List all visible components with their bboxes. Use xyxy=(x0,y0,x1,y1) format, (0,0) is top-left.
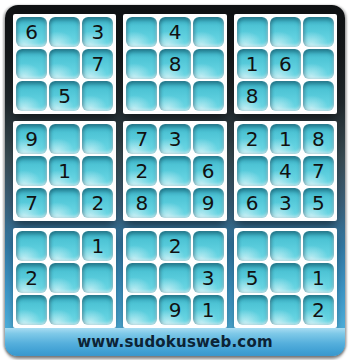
cell-r5c5[interactable] xyxy=(159,156,190,186)
cell-r9c4[interactable] xyxy=(126,295,157,325)
cell-r6c5[interactable] xyxy=(159,188,190,218)
cell-r6c7[interactable]: 6 xyxy=(237,188,268,218)
cell-r6c1[interactable]: 7 xyxy=(16,188,47,218)
cell-r1c7[interactable] xyxy=(237,17,268,47)
cell-r1c2[interactable] xyxy=(49,17,80,47)
cell-r5c2[interactable]: 1 xyxy=(49,156,80,186)
cell-r4c9[interactable]: 8 xyxy=(303,124,334,154)
cell-r8c7[interactable]: 5 xyxy=(237,263,268,293)
cell-r7c2[interactable] xyxy=(49,231,80,261)
cell-r8c1[interactable]: 2 xyxy=(16,263,47,293)
cell-r9c7[interactable] xyxy=(237,295,268,325)
cell-r6c9[interactable]: 5 xyxy=(303,188,334,218)
box-3-1: 12 xyxy=(13,228,116,328)
board-grid: 637548168917273268921847635122391512 xyxy=(13,14,337,328)
cell-r6c3[interactable]: 2 xyxy=(82,188,113,218)
cell-r1c9[interactable] xyxy=(303,17,334,47)
cell-r4c6[interactable] xyxy=(193,124,224,154)
box-1-2: 48 xyxy=(123,14,226,114)
cell-r1c5[interactable]: 4 xyxy=(159,17,190,47)
cell-r9c5[interactable]: 9 xyxy=(159,295,190,325)
cell-r9c2[interactable] xyxy=(49,295,80,325)
cell-r8c5[interactable] xyxy=(159,263,190,293)
box-1-3: 168 xyxy=(234,14,337,114)
cell-r8c9[interactable]: 1 xyxy=(303,263,334,293)
cell-r8c2[interactable] xyxy=(49,263,80,293)
cell-r3c4[interactable] xyxy=(126,81,157,111)
cell-r6c8[interactable]: 3 xyxy=(270,188,301,218)
box-2-2: 732689 xyxy=(123,121,226,221)
cell-r5c9[interactable]: 7 xyxy=(303,156,334,186)
cell-r6c4[interactable]: 8 xyxy=(126,188,157,218)
cell-r7c5[interactable]: 2 xyxy=(159,231,190,261)
sudoku-board: 637548168917273268921847635122391512 www… xyxy=(5,5,345,356)
cell-r2c8[interactable]: 6 xyxy=(270,49,301,79)
cell-r9c8[interactable] xyxy=(270,295,301,325)
cell-r2c6[interactable] xyxy=(193,49,224,79)
cell-r9c3[interactable] xyxy=(82,295,113,325)
cell-r4c5[interactable]: 3 xyxy=(159,124,190,154)
cell-r2c4[interactable] xyxy=(126,49,157,79)
cell-r4c1[interactable]: 9 xyxy=(16,124,47,154)
cell-r6c6[interactable]: 9 xyxy=(193,188,224,218)
cell-r2c7[interactable]: 1 xyxy=(237,49,268,79)
footer-url[interactable]: www.sudokusweb.com xyxy=(77,333,272,351)
cell-r8c4[interactable] xyxy=(126,263,157,293)
cell-r9c1[interactable] xyxy=(16,295,47,325)
box-3-2: 2391 xyxy=(123,228,226,328)
cell-r3c9[interactable] xyxy=(303,81,334,111)
box-3-3: 512 xyxy=(234,228,337,328)
box-2-1: 9172 xyxy=(13,121,116,221)
cell-r4c3[interactable] xyxy=(82,124,113,154)
cell-r2c5[interactable]: 8 xyxy=(159,49,190,79)
cell-r9c9[interactable]: 2 xyxy=(303,295,334,325)
cell-r4c2[interactable] xyxy=(49,124,80,154)
cell-r2c9[interactable] xyxy=(303,49,334,79)
cell-r5c4[interactable]: 2 xyxy=(126,156,157,186)
cell-r5c3[interactable] xyxy=(82,156,113,186)
cell-r3c1[interactable] xyxy=(16,81,47,111)
cell-r1c4[interactable] xyxy=(126,17,157,47)
footer-bar: www.sudokusweb.com xyxy=(5,328,345,356)
cell-r5c6[interactable]: 6 xyxy=(193,156,224,186)
cell-r2c1[interactable] xyxy=(16,49,47,79)
cell-r4c7[interactable]: 2 xyxy=(237,124,268,154)
cell-r7c9[interactable] xyxy=(303,231,334,261)
cell-r7c8[interactable] xyxy=(270,231,301,261)
cell-r3c2[interactable]: 5 xyxy=(49,81,80,111)
box-2-3: 21847635 xyxy=(234,121,337,221)
cell-r7c1[interactable] xyxy=(16,231,47,261)
cell-r2c3[interactable]: 7 xyxy=(82,49,113,79)
cell-r7c6[interactable] xyxy=(193,231,224,261)
cell-r8c8[interactable] xyxy=(270,263,301,293)
cell-r8c3[interactable] xyxy=(82,263,113,293)
box-1-1: 6375 xyxy=(13,14,116,114)
cell-r6c2[interactable] xyxy=(49,188,80,218)
cell-r7c4[interactable] xyxy=(126,231,157,261)
cell-r5c1[interactable] xyxy=(16,156,47,186)
cell-r1c3[interactable]: 3 xyxy=(82,17,113,47)
cell-r2c2[interactable] xyxy=(49,49,80,79)
cell-r7c3[interactable]: 1 xyxy=(82,231,113,261)
cell-r3c3[interactable] xyxy=(82,81,113,111)
cell-r3c7[interactable]: 8 xyxy=(237,81,268,111)
cell-r3c8[interactable] xyxy=(270,81,301,111)
cell-r3c5[interactable] xyxy=(159,81,190,111)
cell-r5c7[interactable] xyxy=(237,156,268,186)
cell-r1c1[interactable]: 6 xyxy=(16,17,47,47)
cell-r5c8[interactable]: 4 xyxy=(270,156,301,186)
cell-r1c8[interactable] xyxy=(270,17,301,47)
cell-r3c6[interactable] xyxy=(193,81,224,111)
cell-r8c6[interactable]: 3 xyxy=(193,263,224,293)
cell-r4c4[interactable]: 7 xyxy=(126,124,157,154)
cell-r7c7[interactable] xyxy=(237,231,268,261)
cell-r4c8[interactable]: 1 xyxy=(270,124,301,154)
cell-r1c6[interactable] xyxy=(193,17,224,47)
cell-r9c6[interactable]: 1 xyxy=(193,295,224,325)
